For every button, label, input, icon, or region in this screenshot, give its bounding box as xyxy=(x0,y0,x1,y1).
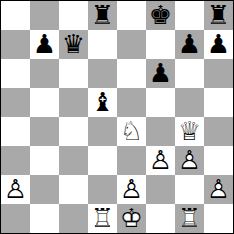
square-h2[interactable]: ♟♙ xyxy=(204,175,233,204)
white-pawn-icon: ♙ xyxy=(1,175,30,204)
square-a7[interactable] xyxy=(1,30,30,59)
square-d8[interactable]: ♜ xyxy=(88,1,117,30)
square-a1[interactable] xyxy=(1,204,30,233)
square-c7[interactable]: ♛ xyxy=(59,30,88,59)
piece-white-pawn-g3[interactable]: ♟♙ xyxy=(175,146,204,175)
chess-board: ♜♚♜♟♛♟♟♟♝♞♘♛♕♟♙♟♙♟♙♟♙♟♙♜♖♚♔♜♖ xyxy=(0,0,234,234)
square-g2[interactable] xyxy=(175,175,204,204)
piece-white-pawn-e2[interactable]: ♟♙ xyxy=(117,175,146,204)
piece-black-pawn-b7[interactable]: ♟ xyxy=(30,30,59,59)
chess-board-container: ♜♚♜♟♛♟♟♟♝♞♘♛♕♟♙♟♙♟♙♟♙♟♙♜♖♚♔♜♖ xyxy=(0,0,234,234)
square-b4[interactable] xyxy=(30,117,59,146)
square-b6[interactable] xyxy=(30,59,59,88)
square-d7[interactable] xyxy=(88,30,117,59)
square-g6[interactable] xyxy=(175,59,204,88)
square-e5[interactable] xyxy=(117,88,146,117)
black-pawn-icon: ♟ xyxy=(146,59,175,88)
square-c3[interactable] xyxy=(59,146,88,175)
square-f1[interactable] xyxy=(146,204,175,233)
square-b3[interactable] xyxy=(30,146,59,175)
square-b8[interactable] xyxy=(30,1,59,30)
black-pawn-icon: ♟ xyxy=(204,30,233,59)
square-f3[interactable]: ♟♙ xyxy=(146,146,175,175)
piece-black-rook-d8[interactable]: ♜ xyxy=(88,1,117,30)
square-a6[interactable] xyxy=(1,59,30,88)
piece-white-knight-e4[interactable]: ♞♘ xyxy=(117,117,146,146)
piece-black-pawn-h7[interactable]: ♟ xyxy=(204,30,233,59)
square-c6[interactable] xyxy=(59,59,88,88)
square-a2[interactable]: ♟♙ xyxy=(1,175,30,204)
black-rook-icon: ♜ xyxy=(204,1,233,30)
piece-white-rook-g1[interactable]: ♜♖ xyxy=(175,204,204,233)
square-c5[interactable] xyxy=(59,88,88,117)
square-h1[interactable] xyxy=(204,204,233,233)
square-e6[interactable] xyxy=(117,59,146,88)
square-h3[interactable] xyxy=(204,146,233,175)
piece-white-pawn-h2[interactable]: ♟♙ xyxy=(204,175,233,204)
square-f2[interactable] xyxy=(146,175,175,204)
square-a4[interactable] xyxy=(1,117,30,146)
square-c4[interactable] xyxy=(59,117,88,146)
square-d4[interactable] xyxy=(88,117,117,146)
square-e2[interactable]: ♟♙ xyxy=(117,175,146,204)
black-king-icon: ♚ xyxy=(146,1,175,30)
white-knight-icon: ♘ xyxy=(117,117,146,146)
piece-black-pawn-g7[interactable]: ♟ xyxy=(175,30,204,59)
white-pawn-icon: ♙ xyxy=(117,175,146,204)
square-a5[interactable] xyxy=(1,88,30,117)
piece-white-pawn-a2[interactable]: ♟♙ xyxy=(1,175,30,204)
black-pawn-icon: ♟ xyxy=(30,30,59,59)
piece-white-rook-d1[interactable]: ♜♖ xyxy=(88,204,117,233)
square-e4[interactable]: ♞♘ xyxy=(117,117,146,146)
black-rook-icon: ♜ xyxy=(88,1,117,30)
square-f4[interactable] xyxy=(146,117,175,146)
piece-white-queen-g4[interactable]: ♛♕ xyxy=(175,117,204,146)
white-rook-icon: ♖ xyxy=(175,204,204,233)
square-b2[interactable] xyxy=(30,175,59,204)
square-e3[interactable] xyxy=(117,146,146,175)
white-pawn-icon: ♙ xyxy=(146,146,175,175)
square-h6[interactable] xyxy=(204,59,233,88)
piece-black-king-f8[interactable]: ♚ xyxy=(146,1,175,30)
piece-black-pawn-f6[interactable]: ♟ xyxy=(146,59,175,88)
square-g7[interactable]: ♟ xyxy=(175,30,204,59)
square-f6[interactable]: ♟ xyxy=(146,59,175,88)
white-king-icon: ♔ xyxy=(117,204,146,233)
square-d6[interactable] xyxy=(88,59,117,88)
square-a8[interactable] xyxy=(1,1,30,30)
square-b5[interactable] xyxy=(30,88,59,117)
square-g8[interactable] xyxy=(175,1,204,30)
square-d5[interactable]: ♝ xyxy=(88,88,117,117)
square-c2[interactable] xyxy=(59,175,88,204)
piece-white-pawn-f3[interactable]: ♟♙ xyxy=(146,146,175,175)
black-bishop-icon: ♝ xyxy=(88,88,117,117)
white-rook-icon: ♖ xyxy=(88,204,117,233)
square-e1[interactable]: ♚♔ xyxy=(117,204,146,233)
square-h5[interactable] xyxy=(204,88,233,117)
piece-black-rook-h8[interactable]: ♜ xyxy=(204,1,233,30)
square-d2[interactable] xyxy=(88,175,117,204)
square-g3[interactable]: ♟♙ xyxy=(175,146,204,175)
square-f5[interactable] xyxy=(146,88,175,117)
square-b1[interactable] xyxy=(30,204,59,233)
square-f8[interactable]: ♚ xyxy=(146,1,175,30)
square-a3[interactable] xyxy=(1,146,30,175)
square-h7[interactable]: ♟ xyxy=(204,30,233,59)
square-c1[interactable] xyxy=(59,204,88,233)
piece-black-bishop-d5[interactable]: ♝ xyxy=(88,88,117,117)
piece-white-king-e1[interactable]: ♚♔ xyxy=(117,204,146,233)
square-g4[interactable]: ♛♕ xyxy=(175,117,204,146)
square-e8[interactable] xyxy=(117,1,146,30)
square-b7[interactable]: ♟ xyxy=(30,30,59,59)
square-e7[interactable] xyxy=(117,30,146,59)
black-pawn-icon: ♟ xyxy=(175,30,204,59)
square-g5[interactable] xyxy=(175,88,204,117)
square-c8[interactable] xyxy=(59,1,88,30)
square-g1[interactable]: ♜♖ xyxy=(175,204,204,233)
square-d3[interactable] xyxy=(88,146,117,175)
square-h8[interactable]: ♜ xyxy=(204,1,233,30)
black-queen-icon: ♛ xyxy=(59,30,88,59)
white-queen-icon: ♕ xyxy=(175,117,204,146)
white-pawn-icon: ♙ xyxy=(204,175,233,204)
square-h4[interactable] xyxy=(204,117,233,146)
piece-black-queen-c7[interactable]: ♛ xyxy=(59,30,88,59)
square-f7[interactable] xyxy=(146,30,175,59)
square-d1[interactable]: ♜♖ xyxy=(88,204,117,233)
white-pawn-icon: ♙ xyxy=(175,146,204,175)
